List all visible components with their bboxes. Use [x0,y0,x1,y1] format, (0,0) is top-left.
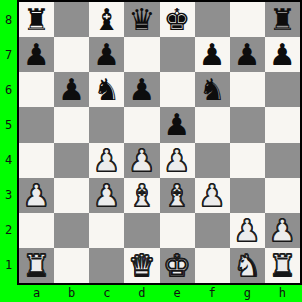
white-king[interactable]: ♚︎ [164,248,191,283]
white-rook[interactable]: ♜︎ [23,248,50,283]
square-e1[interactable]: ♚︎ [160,248,195,283]
white-pawn[interactable]: ♟︎ [269,213,296,248]
square-d3[interactable]: ♝︎ [124,178,159,213]
white-pawn[interactable]: ♟︎ [23,178,50,213]
white-pawn[interactable]: ♟︎ [164,143,191,178]
black-pawn[interactable]: ♟︎ [234,37,261,72]
square-d2[interactable] [124,213,159,248]
square-f7[interactable]: ♟︎ [195,37,230,72]
file-label-d: d [124,285,159,300]
black-pawn[interactable]: ♟︎ [23,37,50,72]
rank-labels: 87654321 [0,2,17,283]
square-g3[interactable] [230,178,265,213]
square-h1[interactable]: ♜︎ [265,248,300,283]
square-d6[interactable]: ♟︎ [124,72,159,107]
black-pawn[interactable]: ♟︎ [199,37,226,72]
white-bishop[interactable]: ♝︎ [164,178,191,213]
square-a3[interactable]: ♟︎ [19,178,54,213]
rank-label-5: 5 [0,107,17,142]
file-label-f: f [195,285,230,300]
file-label-g: g [230,285,265,300]
black-bishop[interactable]: ♝︎ [93,2,120,37]
rank-label-3: 3 [0,178,17,213]
square-f2[interactable] [195,213,230,248]
square-a5[interactable] [19,107,54,142]
square-e6[interactable] [160,72,195,107]
rank-label-4: 4 [0,143,17,178]
square-b1[interactable] [54,248,89,283]
black-pawn[interactable]: ♟︎ [58,72,85,107]
square-b3[interactable] [54,178,89,213]
square-f6[interactable]: ♞︎ [195,72,230,107]
square-c2[interactable] [89,213,124,248]
square-c6[interactable]: ♞︎ [89,72,124,107]
square-g2[interactable]: ♟︎ [230,213,265,248]
white-pawn[interactable]: ♟︎ [199,178,226,213]
file-label-b: b [54,285,89,300]
black-pawn[interactable]: ♟︎ [164,107,191,142]
square-e2[interactable] [160,213,195,248]
black-pawn[interactable]: ♟︎ [93,37,120,72]
square-g4[interactable] [230,143,265,178]
square-d8[interactable]: ♛︎ [124,2,159,37]
square-c8[interactable]: ♝︎ [89,2,124,37]
white-pawn[interactable]: ♟︎ [128,143,155,178]
square-b5[interactable] [54,107,89,142]
black-rook[interactable]: ♜︎ [23,2,50,37]
square-a6[interactable] [19,72,54,107]
square-d5[interactable] [124,107,159,142]
square-a2[interactable] [19,213,54,248]
square-a4[interactable] [19,143,54,178]
square-h3[interactable] [265,178,300,213]
rank-label-2: 2 [0,213,17,248]
black-queen[interactable]: ♛︎ [128,2,155,37]
square-f1[interactable] [195,248,230,283]
file-label-c: c [89,285,124,300]
square-d7[interactable] [124,37,159,72]
square-h4[interactable] [265,143,300,178]
rank-label-6: 6 [0,72,17,107]
black-pawn[interactable]: ♟︎ [128,72,155,107]
square-c1[interactable] [89,248,124,283]
chess-board-frame: ♜︎♝︎♛︎♚︎♜︎♟︎♟︎♟︎♟︎♟︎♟︎♞︎♟︎♞︎♟︎♟︎♟︎♟︎♟︎♟︎… [17,0,302,285]
square-h5[interactable] [265,107,300,142]
file-label-e: e [160,285,195,300]
chess-board: ♜︎♝︎♛︎♚︎♜︎♟︎♟︎♟︎♟︎♟︎♟︎♞︎♟︎♞︎♟︎♟︎♟︎♟︎♟︎♟︎… [19,2,300,283]
square-a7[interactable]: ♟︎ [19,37,54,72]
square-d4[interactable]: ♟︎ [124,143,159,178]
square-c5[interactable] [89,107,124,142]
square-e4[interactable]: ♟︎ [160,143,195,178]
black-knight[interactable]: ♞︎ [199,72,226,107]
file-label-h: h [265,285,300,300]
white-knight[interactable]: ♞︎ [234,248,261,283]
square-e8[interactable]: ♚︎ [160,2,195,37]
file-labels: abcdefgh [19,285,300,300]
square-g1[interactable]: ♞︎ [230,248,265,283]
square-f8[interactable] [195,2,230,37]
square-b4[interactable] [54,143,89,178]
square-h7[interactable]: ♟︎ [265,37,300,72]
square-a1[interactable]: ♜︎ [19,248,54,283]
square-b6[interactable]: ♟︎ [54,72,89,107]
square-e7[interactable] [160,37,195,72]
white-pawn[interactable]: ♟︎ [234,213,261,248]
chess-app: 87654321 ♜︎♝︎♛︎♚︎♜︎♟︎♟︎♟︎♟︎♟︎♟︎♞︎♟︎♞︎♟︎♟… [0,0,302,302]
square-f4[interactable] [195,143,230,178]
square-h8[interactable]: ♜︎ [265,2,300,37]
square-g8[interactable] [230,2,265,37]
square-h2[interactable]: ♟︎ [265,213,300,248]
square-b7[interactable] [54,37,89,72]
square-c7[interactable]: ♟︎ [89,37,124,72]
black-pawn[interactable]: ♟︎ [269,37,296,72]
square-g5[interactable] [230,107,265,142]
square-e3[interactable]: ♝︎ [160,178,195,213]
white-rook[interactable]: ♜︎ [269,248,296,283]
square-c3[interactable]: ♟︎ [89,178,124,213]
square-a8[interactable]: ♜︎ [19,2,54,37]
white-pawn[interactable]: ♟︎ [93,178,120,213]
black-king[interactable]: ♚︎ [164,2,191,37]
square-g6[interactable] [230,72,265,107]
square-f3[interactable]: ♟︎ [195,178,230,213]
black-rook[interactable]: ♜︎ [269,2,296,37]
white-queen[interactable]: ♛︎ [128,248,155,283]
square-f5[interactable] [195,107,230,142]
square-b2[interactable] [54,213,89,248]
square-c4[interactable]: ♟︎ [89,143,124,178]
square-e5[interactable]: ♟︎ [160,107,195,142]
white-bishop[interactable]: ♝︎ [128,178,155,213]
black-knight[interactable]: ♞︎ [93,72,120,107]
rank-label-8: 8 [0,2,17,37]
square-b8[interactable] [54,2,89,37]
white-pawn[interactable]: ♟︎ [93,143,120,178]
rank-label-7: 7 [0,37,17,72]
rank-label-1: 1 [0,248,17,283]
square-g7[interactable]: ♟︎ [230,37,265,72]
square-h6[interactable] [265,72,300,107]
square-d1[interactable]: ♛︎ [124,248,159,283]
file-label-a: a [19,285,54,300]
